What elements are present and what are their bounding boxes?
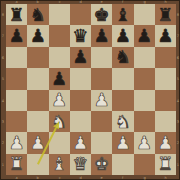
square-d4[interactable]	[70, 90, 91, 111]
coordinate-label: e	[94, 1, 109, 4]
coordinate-label: a	[9, 1, 24, 4]
square-g1[interactable]	[134, 154, 155, 175]
square-g4[interactable]	[134, 90, 155, 111]
square-g6[interactable]	[134, 47, 155, 68]
square-f4[interactable]	[112, 90, 133, 111]
square-a7[interactable]: ♟	[6, 25, 27, 46]
coordinate-label: 2	[1, 135, 5, 150]
square-a6[interactable]	[6, 47, 27, 68]
piece-black-pawn[interactable]: ♟	[30, 27, 46, 45]
square-h2[interactable]: ♟	[155, 132, 176, 153]
square-h7[interactable]: ♟	[155, 25, 176, 46]
coordinate-label: 8	[177, 7, 180, 22]
square-e6[interactable]	[91, 47, 112, 68]
square-d7[interactable]: ♛	[70, 25, 91, 46]
square-f1[interactable]	[112, 154, 133, 175]
square-b8[interactable]: ♞	[27, 4, 48, 25]
piece-black-knight[interactable]: ♞	[115, 48, 131, 66]
coordinate-label: b	[30, 176, 45, 180]
square-c7[interactable]	[49, 25, 70, 46]
coordinate-label: g	[136, 1, 151, 4]
coordinate-label: f	[115, 1, 130, 4]
piece-black-pawn[interactable]: ♟	[94, 27, 110, 45]
coordinate-label: 6	[1, 50, 5, 65]
piece-white-knight[interactable]: ♞	[51, 112, 67, 130]
chess-board-frame: abcdefgh abcdefgh 87654321 87654321 ♜♞♚♝…	[0, 0, 180, 180]
square-b6[interactable]	[27, 47, 48, 68]
square-c4[interactable]: ♟	[49, 90, 70, 111]
square-g5[interactable]	[134, 68, 155, 89]
square-d3[interactable]	[70, 111, 91, 132]
coordinate-label: 1	[1, 157, 5, 172]
coordinate-label: b	[30, 1, 45, 4]
coordinate-label: 7	[1, 28, 5, 43]
coordinate-label: 3	[1, 114, 5, 129]
piece-white-queen[interactable]: ♛	[72, 155, 88, 173]
square-c8[interactable]	[49, 4, 70, 25]
piece-white-pawn[interactable]: ♟	[157, 133, 173, 151]
square-f3[interactable]: ♞	[112, 111, 133, 132]
coordinate-label: 1	[177, 157, 180, 172]
square-g3[interactable]	[134, 111, 155, 132]
piece-black-pawn[interactable]: ♟	[136, 27, 152, 45]
square-f6[interactable]: ♞	[112, 47, 133, 68]
coordinate-label: e	[94, 176, 109, 180]
piece-white-pawn[interactable]: ♟	[115, 133, 131, 151]
square-b3[interactable]	[27, 111, 48, 132]
board-grid[interactable]: ♜♞♚♝♜♟♟♛♟♟♟♟♟♞♟♟♟♞♞♟♟♟♟♟♟♜♝♛♚♜	[6, 4, 176, 175]
coordinate-label: 7	[177, 28, 180, 43]
coordinate-label: 6	[177, 50, 180, 65]
piece-black-pawn[interactable]: ♟	[72, 48, 88, 66]
square-d2[interactable]: ♟	[70, 132, 91, 153]
square-h5[interactable]	[155, 68, 176, 89]
piece-white-bishop[interactable]: ♝	[51, 155, 67, 173]
square-a1[interactable]: ♜	[6, 154, 27, 175]
coordinate-label: 5	[177, 71, 180, 86]
square-h3[interactable]	[155, 111, 176, 132]
square-g2[interactable]: ♟	[134, 132, 155, 153]
coordinate-label: c	[51, 176, 66, 180]
piece-black-king[interactable]: ♚	[94, 5, 110, 23]
square-e2[interactable]	[91, 132, 112, 153]
piece-black-pawn[interactable]: ♟	[9, 27, 25, 45]
square-b5[interactable]	[27, 68, 48, 89]
piece-white-pawn[interactable]: ♟	[136, 133, 152, 151]
square-c5[interactable]: ♟	[49, 68, 70, 89]
file-labels-bottom: abcdefgh	[6, 175, 176, 180]
coordinate-label: a	[9, 176, 24, 180]
square-e3[interactable]	[91, 111, 112, 132]
piece-white-pawn[interactable]: ♟	[9, 133, 25, 151]
square-c3[interactable]: ♞	[49, 111, 70, 132]
piece-white-rook[interactable]: ♜	[9, 155, 25, 173]
square-c1[interactable]: ♝	[49, 154, 70, 175]
square-a5[interactable]	[6, 68, 27, 89]
square-a2[interactable]: ♟	[6, 132, 27, 153]
piece-black-queen[interactable]: ♛	[72, 27, 88, 45]
square-b4[interactable]	[27, 90, 48, 111]
square-f2[interactable]: ♟	[112, 132, 133, 153]
square-d1[interactable]: ♛	[70, 154, 91, 175]
coordinate-label: g	[136, 176, 151, 180]
square-a3[interactable]	[6, 111, 27, 132]
piece-black-pawn[interactable]: ♟	[51, 69, 67, 87]
piece-black-pawn[interactable]: ♟	[157, 27, 173, 45]
piece-black-bishop[interactable]: ♝	[115, 5, 131, 23]
square-h6[interactable]	[155, 47, 176, 68]
coordinate-label: f	[115, 176, 130, 180]
square-a8[interactable]: ♜	[6, 4, 27, 25]
coordinate-label: h	[158, 176, 173, 180]
piece-black-knight[interactable]: ♞	[30, 5, 46, 23]
square-e1[interactable]: ♚	[91, 154, 112, 175]
piece-white-rook[interactable]: ♜	[157, 155, 173, 173]
piece-white-knight[interactable]: ♞	[115, 112, 131, 130]
square-g8[interactable]	[134, 4, 155, 25]
square-e4[interactable]: ♟	[91, 90, 112, 111]
square-e7[interactable]: ♟	[91, 25, 112, 46]
square-d8[interactable]	[70, 4, 91, 25]
square-e8[interactable]: ♚	[91, 4, 112, 25]
square-a4[interactable]	[6, 90, 27, 111]
coordinate-label: 2	[177, 135, 180, 150]
piece-white-pawn[interactable]: ♟	[30, 133, 46, 151]
piece-black-rook[interactable]: ♜	[9, 5, 25, 23]
square-g7[interactable]: ♟	[134, 25, 155, 46]
square-h8[interactable]: ♜	[155, 4, 176, 25]
coordinate-label: 3	[177, 114, 180, 129]
rank-labels-right: 87654321	[176, 4, 180, 175]
coordinate-label: d	[73, 1, 88, 4]
square-f5[interactable]	[112, 68, 133, 89]
square-h1[interactable]: ♜	[155, 154, 176, 175]
square-f7[interactable]: ♟	[112, 25, 133, 46]
piece-black-rook[interactable]: ♜	[157, 5, 173, 23]
piece-white-pawn[interactable]: ♟	[94, 91, 110, 109]
coordinate-label: 5	[1, 71, 5, 86]
square-b2[interactable]: ♟	[27, 132, 48, 153]
piece-white-pawn[interactable]: ♟	[51, 91, 67, 109]
square-b7[interactable]: ♟	[27, 25, 48, 46]
coordinate-label: h	[158, 1, 173, 4]
coordinate-label: 8	[1, 7, 5, 22]
piece-white-king[interactable]: ♚	[94, 155, 110, 173]
square-c6[interactable]	[49, 47, 70, 68]
coordinate-label: d	[73, 176, 88, 180]
coordinate-label: 4	[1, 92, 5, 107]
coordinate-label: c	[51, 1, 66, 4]
square-e5[interactable]	[91, 68, 112, 89]
piece-black-pawn[interactable]: ♟	[115, 27, 131, 45]
square-d6[interactable]: ♟	[70, 47, 91, 68]
square-f8[interactable]: ♝	[112, 4, 133, 25]
coordinate-label: 4	[177, 92, 180, 107]
square-b1[interactable]	[27, 154, 48, 175]
square-d5[interactable]	[70, 68, 91, 89]
square-c2[interactable]	[49, 132, 70, 153]
piece-white-pawn[interactable]: ♟	[72, 133, 88, 151]
square-h4[interactable]	[155, 90, 176, 111]
